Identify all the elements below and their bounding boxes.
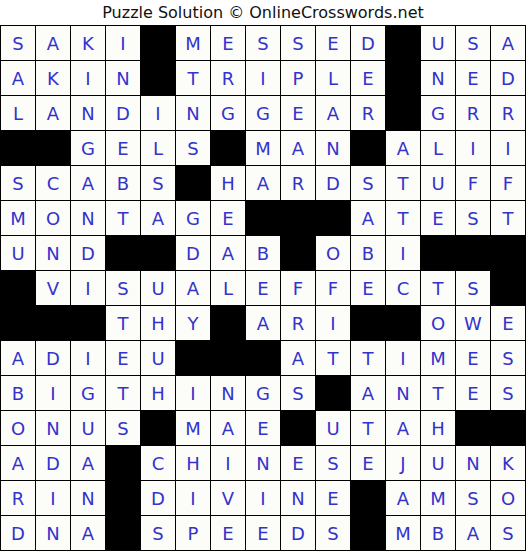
cell-r8c14: S xyxy=(456,271,490,305)
cell-r9c9: R xyxy=(281,306,315,340)
cell-r6c3: N xyxy=(71,201,105,235)
cell-r12c2: N xyxy=(36,411,70,445)
cell-r12c14-black xyxy=(456,411,490,445)
cell-r11c9: S xyxy=(281,376,315,410)
cell-r6c5: A xyxy=(141,201,175,235)
cell-r3c1: L xyxy=(1,96,35,130)
cell-r12c5-black xyxy=(141,411,175,445)
cell-r13c6: H xyxy=(176,446,210,480)
cell-r9c12-black xyxy=(386,306,420,340)
cell-r15c3: A xyxy=(71,516,105,550)
cell-r13c4-black xyxy=(106,446,140,480)
cell-r7c6: D xyxy=(176,236,210,270)
cell-r6c9-black xyxy=(281,201,315,235)
cell-r12c9-black xyxy=(281,411,315,445)
cell-r11c12: N xyxy=(386,376,420,410)
cell-r14c15: O xyxy=(491,481,525,515)
cell-r7c13-black xyxy=(421,236,455,270)
cell-r15c2: N xyxy=(36,516,70,550)
cell-r10c1: A xyxy=(1,341,35,375)
cell-r2c14: E xyxy=(456,61,490,95)
cell-r2c11: E xyxy=(351,61,385,95)
cell-r11c10-black xyxy=(316,376,350,410)
cell-r14c10: E xyxy=(316,481,350,515)
cell-r6c6: G xyxy=(176,201,210,235)
puzzle-solution-page: Puzzle Solution © OnlineCrosswords.net S… xyxy=(0,0,526,551)
cell-r13c7: I xyxy=(211,446,245,480)
cell-r1c4: I xyxy=(106,26,140,60)
cell-r5c7: H xyxy=(211,166,245,200)
cell-r5c15: F xyxy=(491,166,525,200)
cell-r1c3: K xyxy=(71,26,105,60)
cell-r13c3: A xyxy=(71,446,105,480)
cell-r14c9: N xyxy=(281,481,315,515)
cell-r10c4: E xyxy=(106,341,140,375)
cell-r4c7-black xyxy=(211,131,245,165)
cell-r7c12: I xyxy=(386,236,420,270)
page-title: Puzzle Solution © OnlineCrosswords.net xyxy=(0,0,526,25)
cell-r10c10: T xyxy=(316,341,350,375)
cell-r10c2: D xyxy=(36,341,70,375)
cell-r1c8: S xyxy=(246,26,280,60)
cell-r15c5: S xyxy=(141,516,175,550)
cell-r2c1: A xyxy=(1,61,35,95)
cell-r12c6: M xyxy=(176,411,210,445)
cell-r5c2: C xyxy=(36,166,70,200)
cell-r10c11: T xyxy=(351,341,385,375)
cell-r3c14: R xyxy=(456,96,490,130)
cell-r10c14: E xyxy=(456,341,490,375)
cell-r13c15: K xyxy=(491,446,525,480)
cell-r13c13: U xyxy=(421,446,455,480)
cell-r9c8: A xyxy=(246,306,280,340)
cell-r12c12: A xyxy=(386,411,420,445)
cell-r1c12-black xyxy=(386,26,420,60)
cell-r8c7: L xyxy=(211,271,245,305)
cell-r11c1: B xyxy=(1,376,35,410)
cell-r1c11: D xyxy=(351,26,385,60)
cell-r7c10: O xyxy=(316,236,350,270)
cell-r3c9: E xyxy=(281,96,315,130)
cell-r8c13: T xyxy=(421,271,455,305)
cell-r6c4: T xyxy=(106,201,140,235)
cell-r7c3: D xyxy=(71,236,105,270)
cell-r3c15: R xyxy=(491,96,525,130)
cell-r2c7: R xyxy=(211,61,245,95)
cell-r14c13: M xyxy=(421,481,455,515)
cell-r15c14: A xyxy=(456,516,490,550)
cell-r9c3-black xyxy=(71,306,105,340)
cell-r4c8: M xyxy=(246,131,280,165)
cell-r15c15: S xyxy=(491,516,525,550)
cell-r9c13: O xyxy=(421,306,455,340)
cell-r14c1: R xyxy=(1,481,35,515)
cell-r5c13: U xyxy=(421,166,455,200)
cell-r15c10: S xyxy=(316,516,350,550)
cell-r10c15: S xyxy=(491,341,525,375)
cell-r9c4: T xyxy=(106,306,140,340)
cell-r4c12: A xyxy=(386,131,420,165)
cell-r9c5: H xyxy=(141,306,175,340)
cell-r6c14: S xyxy=(456,201,490,235)
cell-r14c6: I xyxy=(176,481,210,515)
cell-r10c5: U xyxy=(141,341,175,375)
cell-r8c5: U xyxy=(141,271,175,305)
cell-r6c11: A xyxy=(351,201,385,235)
cell-r5c8: A xyxy=(246,166,280,200)
cell-r10c6-black xyxy=(176,341,210,375)
cell-r3c12-black xyxy=(386,96,420,130)
cell-r4c9: A xyxy=(281,131,315,165)
cell-r3c7: G xyxy=(211,96,245,130)
cell-r4c13: L xyxy=(421,131,455,165)
cell-r13c11: E xyxy=(351,446,385,480)
cell-r13c1: A xyxy=(1,446,35,480)
cell-r5c6-black xyxy=(176,166,210,200)
cell-r15c7: E xyxy=(211,516,245,550)
cell-r5c3: A xyxy=(71,166,105,200)
cell-r2c2: K xyxy=(36,61,70,95)
cell-r13c14: N xyxy=(456,446,490,480)
cell-r13c9: E xyxy=(281,446,315,480)
cell-r10c9: A xyxy=(281,341,315,375)
cell-r2c6: T xyxy=(176,61,210,95)
cell-r6c13: E xyxy=(421,201,455,235)
cell-r11c14: E xyxy=(456,376,490,410)
cell-r14c7: V xyxy=(211,481,245,515)
cell-r11c3: G xyxy=(71,376,105,410)
cell-r7c11: B xyxy=(351,236,385,270)
cell-r12c15-black xyxy=(491,411,525,445)
cell-r11c4: T xyxy=(106,376,140,410)
cell-r3c2: A xyxy=(36,96,70,130)
cell-r13c10: S xyxy=(316,446,350,480)
cell-r15c9: D xyxy=(281,516,315,550)
cell-r9c14: W xyxy=(456,306,490,340)
cell-r1c1: S xyxy=(1,26,35,60)
cell-r1c7: E xyxy=(211,26,245,60)
cell-r7c4-black xyxy=(106,236,140,270)
cell-r2c4: N xyxy=(106,61,140,95)
cell-r14c5: D xyxy=(141,481,175,515)
cell-r4c1-black xyxy=(1,131,35,165)
cell-r6c1: M xyxy=(1,201,35,235)
cell-r1c9: S xyxy=(281,26,315,60)
cell-r12c4: S xyxy=(106,411,140,445)
cell-r1c10: E xyxy=(316,26,350,60)
cell-r15c1: D xyxy=(1,516,35,550)
cell-r5c12: T xyxy=(386,166,420,200)
cell-r15c6: P xyxy=(176,516,210,550)
cell-r11c13: T xyxy=(421,376,455,410)
cell-r6c15: T xyxy=(491,201,525,235)
cell-r3c5: I xyxy=(141,96,175,130)
cell-r8c2: V xyxy=(36,271,70,305)
cell-r9c7-black xyxy=(211,306,245,340)
cell-r7c8: B xyxy=(246,236,280,270)
cell-r15c11-black xyxy=(351,516,385,550)
cell-r7c14-black xyxy=(456,236,490,270)
cell-r15c12: M xyxy=(386,516,420,550)
cell-r15c4-black xyxy=(106,516,140,550)
cell-r2c13: N xyxy=(421,61,455,95)
cell-r3c6: N xyxy=(176,96,210,130)
cell-r12c10: U xyxy=(316,411,350,445)
cell-r5c9: R xyxy=(281,166,315,200)
cell-r4c4: E xyxy=(106,131,140,165)
cell-r14c11-black xyxy=(351,481,385,515)
cell-r13c5: C xyxy=(141,446,175,480)
cell-r15c8: E xyxy=(246,516,280,550)
cell-r15c13: B xyxy=(421,516,455,550)
cell-r14c14: S xyxy=(456,481,490,515)
cell-r8c8: E xyxy=(246,271,280,305)
cell-r1c6: M xyxy=(176,26,210,60)
cell-r8c3: I xyxy=(71,271,105,305)
cell-r9c11-black xyxy=(351,306,385,340)
cell-r10c12: I xyxy=(386,341,420,375)
cell-r10c8-black xyxy=(246,341,280,375)
cell-r5c10: D xyxy=(316,166,350,200)
cell-r2c10: L xyxy=(316,61,350,95)
cell-r11c11: A xyxy=(351,376,385,410)
cell-r5c11: S xyxy=(351,166,385,200)
cell-r1c15: A xyxy=(491,26,525,60)
cell-r7c5-black xyxy=(141,236,175,270)
cell-r2c15: D xyxy=(491,61,525,95)
cell-r10c13: M xyxy=(421,341,455,375)
cell-r7c15-black xyxy=(491,236,525,270)
cell-r12c11: T xyxy=(351,411,385,445)
cell-r7c1: U xyxy=(1,236,35,270)
cell-r9c15: E xyxy=(491,306,525,340)
cell-r12c3: U xyxy=(71,411,105,445)
cell-r8c11: E xyxy=(351,271,385,305)
cell-r3c4: D xyxy=(106,96,140,130)
cell-r9c10: I xyxy=(316,306,350,340)
cell-r12c1: O xyxy=(1,411,35,445)
cell-r2c8: I xyxy=(246,61,280,95)
cell-r10c3: I xyxy=(71,341,105,375)
cell-r9c2-black xyxy=(36,306,70,340)
cell-r14c12: A xyxy=(386,481,420,515)
cell-r13c2: D xyxy=(36,446,70,480)
cell-r11c8: G xyxy=(246,376,280,410)
cell-r4c14: I xyxy=(456,131,490,165)
cell-r9c1-black xyxy=(1,306,35,340)
cell-r11c2: I xyxy=(36,376,70,410)
cell-r4c15: I xyxy=(491,131,525,165)
cell-r4c2-black xyxy=(36,131,70,165)
cell-r6c7: E xyxy=(211,201,245,235)
cell-r8c10: F xyxy=(316,271,350,305)
cell-r2c9: P xyxy=(281,61,315,95)
cell-r14c3: N xyxy=(71,481,105,515)
cell-r9c6: Y xyxy=(176,306,210,340)
crossword-grid: SAKIMESSEDUSAAKINTRIPLENEDLANDINGGEARGRR… xyxy=(0,25,526,551)
cell-r10c7-black xyxy=(211,341,245,375)
cell-r7c9-black xyxy=(281,236,315,270)
cell-r7c2: N xyxy=(36,236,70,270)
cell-r5c4: B xyxy=(106,166,140,200)
cell-r3c13: G xyxy=(421,96,455,130)
cell-r11c7: N xyxy=(211,376,245,410)
cell-r4c10: N xyxy=(316,131,350,165)
cell-r4c6: S xyxy=(176,131,210,165)
cell-r3c8: G xyxy=(246,96,280,130)
cell-r1c14: S xyxy=(456,26,490,60)
cell-r13c8: N xyxy=(246,446,280,480)
cell-r6c2: O xyxy=(36,201,70,235)
cell-r14c4-black xyxy=(106,481,140,515)
cell-r2c12-black xyxy=(386,61,420,95)
cell-r13c12: J xyxy=(386,446,420,480)
cell-r11c6: I xyxy=(176,376,210,410)
cell-r4c5: L xyxy=(141,131,175,165)
cell-r6c8-black xyxy=(246,201,280,235)
cell-r11c5: H xyxy=(141,376,175,410)
cell-r3c10: A xyxy=(316,96,350,130)
cell-r1c13: U xyxy=(421,26,455,60)
cell-r12c8: E xyxy=(246,411,280,445)
cell-r12c7: A xyxy=(211,411,245,445)
cell-r8c6: A xyxy=(176,271,210,305)
cell-r5c1: S xyxy=(1,166,35,200)
cell-r14c8: I xyxy=(246,481,280,515)
cell-r6c10-black xyxy=(316,201,350,235)
cell-r8c15-black xyxy=(491,271,525,305)
cell-r2c5-black xyxy=(141,61,175,95)
cell-r14c2: I xyxy=(36,481,70,515)
cell-r8c1-black xyxy=(1,271,35,305)
cell-r4c3: G xyxy=(71,131,105,165)
cell-r1c5-black xyxy=(141,26,175,60)
cell-r8c4: S xyxy=(106,271,140,305)
cell-r3c3: N xyxy=(71,96,105,130)
cell-r3c11: R xyxy=(351,96,385,130)
cell-r12c13: H xyxy=(421,411,455,445)
cell-r8c12: C xyxy=(386,271,420,305)
cell-r11c15: S xyxy=(491,376,525,410)
cell-r8c9: F xyxy=(281,271,315,305)
cell-r4c11-black xyxy=(351,131,385,165)
cell-r1c2: A xyxy=(36,26,70,60)
cell-r7c7: A xyxy=(211,236,245,270)
cell-r5c14: F xyxy=(456,166,490,200)
cell-r2c3: I xyxy=(71,61,105,95)
cell-r5c5: S xyxy=(141,166,175,200)
cell-r6c12: T xyxy=(386,201,420,235)
